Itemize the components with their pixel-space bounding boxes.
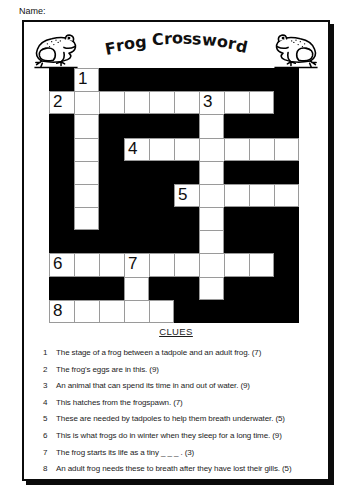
block-cell <box>99 184 124 207</box>
block-cell <box>149 277 174 300</box>
block-cell <box>249 68 274 91</box>
grid-cell[interactable] <box>174 253 199 276</box>
clues-list: 1The stage of a frog between a tadpole a… <box>43 348 323 481</box>
block-cell <box>99 161 124 184</box>
clue-number: 1 <box>43 348 56 357</box>
clue-text: An animal that can spend its time in and… <box>56 381 250 390</box>
clue-item: 4This hatches from the frogspawn. (7) <box>43 398 323 407</box>
grid-cell[interactable] <box>124 91 149 114</box>
clue-text: The frog's eggs are in this. (9) <box>56 365 159 374</box>
grid-cell[interactable]: 2 <box>49 91 74 114</box>
clue-number: 2 <box>43 365 56 374</box>
clue-text: The frog starts its life as a tiny _ _ _… <box>56 448 194 457</box>
grid-cell[interactable] <box>199 253 224 276</box>
grid-cell[interactable] <box>99 91 124 114</box>
grid-cell[interactable] <box>249 138 274 161</box>
block-cell <box>249 277 274 300</box>
cell-number: 4 <box>128 140 137 159</box>
block-cell <box>99 277 124 300</box>
block-cell <box>249 114 274 137</box>
block-cell <box>124 161 149 184</box>
block-cell <box>49 277 74 300</box>
cell-number: 8 <box>53 302 62 321</box>
block-cell <box>174 68 199 91</box>
grid-cell[interactable] <box>249 91 274 114</box>
block-cell <box>49 184 74 207</box>
clue-item: 8An adult frog needs these to breath aft… <box>43 464 323 473</box>
block-cell <box>249 207 274 230</box>
worksheet-page: Name: Frog Cr <box>0 0 354 500</box>
block-cell <box>274 91 299 114</box>
clue-text: This is what frogs do in winter when the… <box>56 431 282 440</box>
grid-cell[interactable] <box>149 253 174 276</box>
grid-cell[interactable] <box>74 114 99 137</box>
block-cell <box>124 230 149 253</box>
block-cell <box>174 207 199 230</box>
grid-cell[interactable] <box>99 300 124 323</box>
clue-number: 5 <box>43 414 56 423</box>
grid-cell[interactable] <box>74 138 99 161</box>
grid-cell[interactable] <box>74 300 99 323</box>
block-cell <box>149 230 174 253</box>
cell-number: 2 <box>53 93 62 112</box>
grid-cell[interactable]: 7 <box>124 253 149 276</box>
clue-item: 3An animal that can spend its time in an… <box>43 381 323 390</box>
grid-cell[interactable] <box>124 277 149 300</box>
block-cell <box>174 161 199 184</box>
block-cell <box>249 230 274 253</box>
cell-number: 3 <box>203 93 212 112</box>
block-cell <box>224 114 249 137</box>
block-cell <box>224 161 249 184</box>
grid-cell[interactable] <box>99 253 124 276</box>
block-cell <box>49 114 74 137</box>
grid-cell[interactable]: 4 <box>124 138 149 161</box>
grid-cell[interactable] <box>199 277 224 300</box>
grid-cell[interactable] <box>74 91 99 114</box>
grid-cell[interactable] <box>174 138 199 161</box>
block-cell <box>149 114 174 137</box>
clue-number: 3 <box>43 381 56 390</box>
clue-item: 6This is what frogs do in winter when th… <box>43 431 323 440</box>
block-cell <box>49 230 74 253</box>
block-cell <box>274 114 299 137</box>
title-letter: w <box>201 30 217 50</box>
grid-cell[interactable] <box>224 138 249 161</box>
block-cell <box>274 68 299 91</box>
block-cell <box>124 114 149 137</box>
cell-number: 5 <box>178 186 187 205</box>
clue-text: An adult frog needs these to breath afte… <box>56 464 292 473</box>
clue-number: 4 <box>43 398 56 407</box>
grid-cell[interactable]: 6 <box>49 253 74 276</box>
block-cell <box>99 207 124 230</box>
grid-cell[interactable] <box>249 253 274 276</box>
block-cell <box>174 300 199 323</box>
grid-cell[interactable] <box>149 91 174 114</box>
block-cell <box>174 277 199 300</box>
clue-number: 6 <box>43 431 56 440</box>
block-cell <box>149 161 174 184</box>
block-cell <box>224 277 249 300</box>
worksheet-frame: Frog Crossword 12 <box>22 20 330 481</box>
grid-cell[interactable] <box>174 91 199 114</box>
grid-cell[interactable] <box>274 138 299 161</box>
block-cell <box>199 68 224 91</box>
block-cell <box>274 207 299 230</box>
block-cell <box>274 300 299 323</box>
block-cell <box>99 68 124 91</box>
clue-number: 8 <box>43 464 56 473</box>
grid-cell[interactable] <box>249 184 274 207</box>
block-cell <box>274 161 299 184</box>
grid-cell[interactable] <box>199 207 224 230</box>
cell-number: 1 <box>78 70 87 89</box>
block-cell <box>124 68 149 91</box>
title-letter: C <box>152 30 165 50</box>
clue-number: 7 <box>43 448 56 457</box>
block-cell <box>74 277 99 300</box>
grid-cell[interactable] <box>149 138 174 161</box>
clue-text: These are needed by tadpoles to help the… <box>56 414 285 423</box>
block-cell <box>249 300 274 323</box>
grid-cell[interactable] <box>199 230 224 253</box>
grid-cell[interactable] <box>199 161 224 184</box>
grid-cell[interactable] <box>124 300 149 323</box>
grid-cell[interactable] <box>74 253 99 276</box>
block-cell <box>199 300 224 323</box>
clue-item: 7The frog starts its life as a tiny _ _ … <box>43 448 323 457</box>
block-cell <box>124 184 149 207</box>
grid-cell[interactable] <box>74 207 99 230</box>
grid-cell[interactable] <box>224 253 249 276</box>
frog-icon <box>273 31 319 71</box>
grid-cell[interactable]: 3 <box>199 91 224 114</box>
block-cell <box>149 184 174 207</box>
block-cell <box>224 300 249 323</box>
grid-cell[interactable] <box>199 138 224 161</box>
crossword-grid: 12345678 <box>49 68 299 323</box>
block-cell <box>224 207 249 230</box>
grid-cell[interactable] <box>224 184 249 207</box>
title-letter: o <box>172 28 183 47</box>
block-cell <box>124 207 149 230</box>
block-cell <box>74 230 99 253</box>
block-cell <box>274 277 299 300</box>
block-cell <box>274 253 299 276</box>
grid-cell[interactable] <box>224 91 249 114</box>
grid-cell[interactable] <box>199 184 224 207</box>
block-cell <box>99 138 124 161</box>
block-cell <box>174 114 199 137</box>
clues-heading: CLUES <box>24 326 328 337</box>
block-cell <box>49 68 74 91</box>
block-cell <box>249 161 274 184</box>
cell-number: 6 <box>53 255 62 274</box>
block-cell <box>149 207 174 230</box>
grid-cell[interactable]: 8 <box>49 300 74 323</box>
name-label: Name: <box>19 6 46 16</box>
grid-cell[interactable] <box>199 114 224 137</box>
block-cell <box>49 207 74 230</box>
block-cell <box>224 230 249 253</box>
grid-cell[interactable] <box>149 300 174 323</box>
block-cell <box>174 230 199 253</box>
block-cell <box>49 161 74 184</box>
grid-cell[interactable]: 1 <box>74 68 99 91</box>
clue-item: 1The stage of a frog between a tadpole a… <box>43 348 323 357</box>
block-cell <box>149 68 174 91</box>
block-cell <box>274 230 299 253</box>
grid-cell[interactable] <box>74 184 99 207</box>
clue-item: 2The frog's eggs are in this. (9) <box>43 365 323 374</box>
block-cell <box>49 138 74 161</box>
title-letter: g <box>134 32 147 52</box>
clue-item: 5These are needed by tadpoles to help th… <box>43 414 323 423</box>
block-cell <box>224 68 249 91</box>
grid-cell[interactable] <box>274 184 299 207</box>
block-cell <box>99 114 124 137</box>
grid-cell[interactable] <box>74 161 99 184</box>
clue-text: This hatches from the frogspawn. (7) <box>56 398 183 407</box>
clue-text: The stage of a frog between a tadpole an… <box>56 348 261 357</box>
grid-cell[interactable]: 5 <box>174 184 199 207</box>
cell-number: 7 <box>128 255 137 274</box>
block-cell <box>99 230 124 253</box>
